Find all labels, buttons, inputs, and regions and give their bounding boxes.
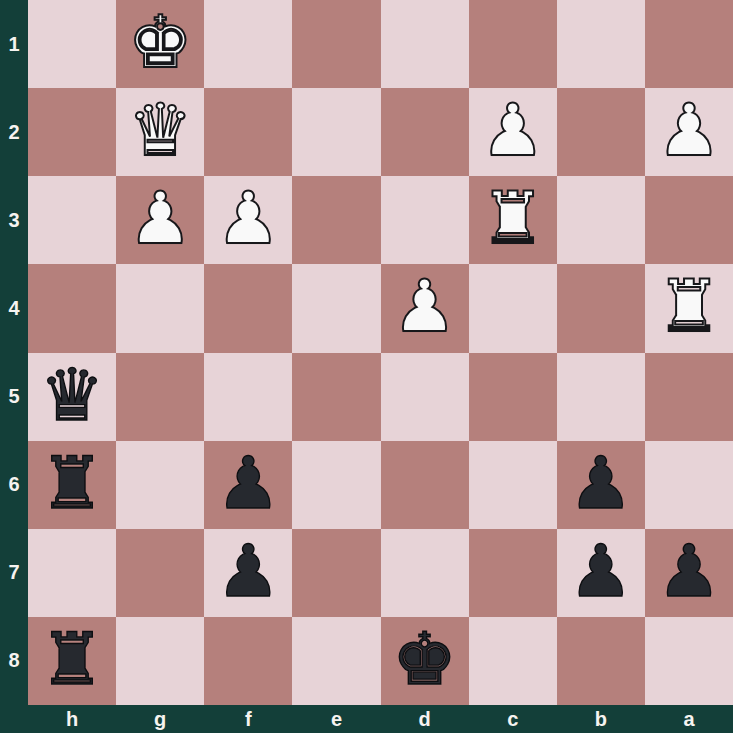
- square-a7[interactable]: ♟: [645, 529, 733, 617]
- square-b2[interactable]: [557, 88, 645, 176]
- file-label-a: a: [645, 705, 733, 733]
- file-label-d: d: [381, 705, 469, 733]
- square-a1[interactable]: [645, 0, 733, 88]
- square-b7[interactable]: ♟: [557, 529, 645, 617]
- square-d3[interactable]: [381, 176, 469, 264]
- square-d1[interactable]: [381, 0, 469, 88]
- white-pawn[interactable]: ♟: [392, 270, 457, 342]
- square-b5[interactable]: [557, 353, 645, 441]
- square-c2[interactable]: ♟: [469, 88, 557, 176]
- square-f7[interactable]: ♟: [204, 529, 292, 617]
- file-label-c: c: [469, 705, 557, 733]
- square-e8[interactable]: [292, 617, 380, 705]
- file-labels: hgfedcba: [28, 705, 733, 733]
- black-pawn[interactable]: ♟: [569, 535, 634, 607]
- square-h1[interactable]: [28, 0, 116, 88]
- black-pawn[interactable]: ♟: [216, 447, 281, 519]
- square-e5[interactable]: [292, 353, 380, 441]
- square-a3[interactable]: [645, 176, 733, 264]
- rank-label-8: 8: [0, 617, 28, 705]
- square-f6[interactable]: ♟: [204, 441, 292, 529]
- chess-board: ♚♛♟♟♟♟♜♟♜♛♜♟♟♟♟♟♜♚: [28, 0, 733, 705]
- square-f4[interactable]: [204, 264, 292, 352]
- square-c6[interactable]: [469, 441, 557, 529]
- square-a4[interactable]: ♜: [645, 264, 733, 352]
- white-queen[interactable]: ♛: [128, 94, 193, 166]
- square-c3[interactable]: ♜: [469, 176, 557, 264]
- square-a2[interactable]: ♟: [645, 88, 733, 176]
- black-queen[interactable]: ♛: [40, 359, 105, 431]
- square-h3[interactable]: [28, 176, 116, 264]
- square-c5[interactable]: [469, 353, 557, 441]
- square-d6[interactable]: [381, 441, 469, 529]
- square-a8[interactable]: [645, 617, 733, 705]
- square-e7[interactable]: [292, 529, 380, 617]
- white-pawn[interactable]: ♟: [216, 182, 281, 254]
- square-g3[interactable]: ♟: [116, 176, 204, 264]
- black-pawn[interactable]: ♟: [216, 535, 281, 607]
- square-g8[interactable]: [116, 617, 204, 705]
- white-rook[interactable]: ♜: [480, 182, 545, 254]
- square-a5[interactable]: [645, 353, 733, 441]
- black-rook[interactable]: ♜: [40, 623, 105, 695]
- square-e1[interactable]: [292, 0, 380, 88]
- square-d7[interactable]: [381, 529, 469, 617]
- square-d8[interactable]: ♚: [381, 617, 469, 705]
- rank-labels: 12345678: [0, 0, 28, 705]
- square-g2[interactable]: ♛: [116, 88, 204, 176]
- square-c8[interactable]: [469, 617, 557, 705]
- white-pawn[interactable]: ♟: [480, 94, 545, 166]
- white-king[interactable]: ♚: [128, 6, 193, 78]
- square-b6[interactable]: ♟: [557, 441, 645, 529]
- square-f8[interactable]: [204, 617, 292, 705]
- square-b3[interactable]: [557, 176, 645, 264]
- square-e3[interactable]: [292, 176, 380, 264]
- black-rook[interactable]: ♜: [40, 447, 105, 519]
- square-h4[interactable]: [28, 264, 116, 352]
- rank-label-4: 4: [0, 264, 28, 352]
- chess-board-frame: 12345678 ♚♛♟♟♟♟♜♟♜♛♜♟♟♟♟♟♜♚ hgfedcba: [0, 0, 733, 733]
- file-label-g: g: [116, 705, 204, 733]
- white-rook[interactable]: ♜: [657, 270, 722, 342]
- square-e4[interactable]: [292, 264, 380, 352]
- square-f2[interactable]: [204, 88, 292, 176]
- square-d2[interactable]: [381, 88, 469, 176]
- square-d4[interactable]: ♟: [381, 264, 469, 352]
- rank-label-5: 5: [0, 353, 28, 441]
- white-pawn[interactable]: ♟: [128, 182, 193, 254]
- square-b4[interactable]: [557, 264, 645, 352]
- rank-label-3: 3: [0, 176, 28, 264]
- square-h7[interactable]: [28, 529, 116, 617]
- square-g4[interactable]: [116, 264, 204, 352]
- black-pawn[interactable]: ♟: [569, 447, 634, 519]
- square-f3[interactable]: ♟: [204, 176, 292, 264]
- square-c4[interactable]: [469, 264, 557, 352]
- square-e6[interactable]: [292, 441, 380, 529]
- square-g6[interactable]: [116, 441, 204, 529]
- file-label-h: h: [28, 705, 116, 733]
- square-e2[interactable]: [292, 88, 380, 176]
- square-c1[interactable]: [469, 0, 557, 88]
- square-d5[interactable]: [381, 353, 469, 441]
- file-label-e: e: [292, 705, 380, 733]
- rank-label-7: 7: [0, 529, 28, 617]
- rank-label-1: 1: [0, 0, 28, 88]
- square-g1[interactable]: ♚: [116, 0, 204, 88]
- square-h8[interactable]: ♜: [28, 617, 116, 705]
- file-label-b: b: [557, 705, 645, 733]
- rank-label-2: 2: [0, 88, 28, 176]
- square-b8[interactable]: [557, 617, 645, 705]
- file-label-f: f: [204, 705, 292, 733]
- square-h6[interactable]: ♜: [28, 441, 116, 529]
- square-b1[interactable]: [557, 0, 645, 88]
- black-pawn[interactable]: ♟: [657, 535, 722, 607]
- square-g7[interactable]: [116, 529, 204, 617]
- square-h2[interactable]: [28, 88, 116, 176]
- square-c7[interactable]: [469, 529, 557, 617]
- square-f1[interactable]: [204, 0, 292, 88]
- square-h5[interactable]: ♛: [28, 353, 116, 441]
- white-pawn[interactable]: ♟: [657, 94, 722, 166]
- black-king[interactable]: ♚: [392, 623, 457, 695]
- square-g5[interactable]: [116, 353, 204, 441]
- square-a6[interactable]: [645, 441, 733, 529]
- square-f5[interactable]: [204, 353, 292, 441]
- rank-label-6: 6: [0, 441, 28, 529]
